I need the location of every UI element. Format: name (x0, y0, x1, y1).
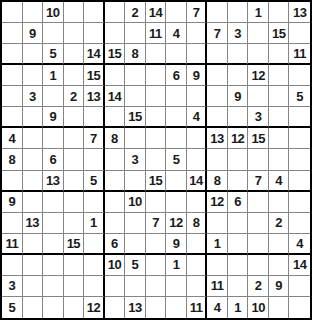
given-digit: 7 (152, 216, 159, 229)
cell-r8c3[interactable]: 6 (43, 149, 64, 170)
cell-r8c13[interactable] (248, 149, 269, 170)
cell-r12c4[interactable]: 15 (64, 234, 85, 255)
given-digit: 1 (49, 69, 56, 82)
given-digit: 8 (8, 153, 15, 166)
cell-r14c5[interactable] (84, 276, 105, 297)
given-digit: 9 (173, 237, 180, 250)
cell-r6c4[interactable] (64, 107, 85, 128)
cell-r10c15[interactable] (289, 192, 310, 213)
cell-r15c14[interactable] (269, 297, 290, 318)
given-digit: 6 (234, 195, 241, 208)
cell-r9c2[interactable] (23, 171, 44, 192)
cell-r14c15[interactable] (289, 276, 310, 297)
cell-r8c12[interactable] (228, 149, 249, 170)
cell-r1c13[interactable]: 1 (248, 2, 269, 23)
cell-r3c5[interactable]: 14 (84, 44, 105, 65)
cell-r10c14[interactable] (269, 192, 290, 213)
cell-r15c9[interactable] (166, 297, 187, 318)
cell-r10c7[interactable]: 10 (125, 192, 146, 213)
cell-r13c4[interactable] (64, 255, 85, 276)
cell-r10c12[interactable]: 6 (228, 192, 249, 213)
given-digit: 14 (293, 258, 306, 271)
given-digit: 2 (275, 216, 282, 229)
cell-r15c7[interactable]: 13 (125, 297, 146, 318)
cell-r13c12[interactable] (228, 255, 249, 276)
given-digit: 5 (90, 174, 97, 187)
cell-r12c3[interactable] (43, 234, 64, 255)
cell-r15c6[interactable] (105, 297, 126, 318)
cell-r3c12[interactable] (228, 44, 249, 65)
cell-r14c14[interactable]: 9 (269, 276, 290, 297)
cell-r13c1[interactable] (2, 255, 23, 276)
given-digit: 12 (87, 301, 100, 314)
cell-r2c8[interactable]: 11 (146, 23, 167, 44)
given-digit: 7 (90, 132, 97, 145)
cell-r13c9[interactable]: 1 (166, 255, 187, 276)
cell-r5c10[interactable] (187, 86, 208, 107)
cell-r9c5[interactable]: 5 (84, 171, 105, 192)
cell-r14c12[interactable] (228, 276, 249, 297)
cell-r3c9[interactable] (166, 44, 187, 65)
cell-r12c8[interactable] (146, 234, 167, 255)
cell-r7c6[interactable]: 8 (105, 128, 126, 149)
cell-r7c11[interactable]: 13 (207, 128, 228, 149)
cell-r11c7[interactable] (125, 213, 146, 234)
cell-r7c9[interactable] (166, 128, 187, 149)
cell-r1c10[interactable]: 7 (187, 2, 208, 23)
given-digit: 15 (87, 69, 100, 82)
given-digit: 10 (128, 195, 141, 208)
cell-r7c7[interactable] (125, 128, 146, 149)
cell-r5c9[interactable] (166, 86, 187, 107)
cell-r8c7[interactable]: 3 (125, 149, 146, 170)
given-digit: 6 (173, 69, 180, 82)
cell-r3c13[interactable] (248, 44, 269, 65)
cell-r9c1[interactable] (2, 171, 23, 192)
given-digit: 14 (108, 90, 121, 103)
given-digit: 15 (67, 237, 80, 250)
given-digit: 2 (255, 279, 262, 292)
cell-r7c13[interactable]: 15 (248, 128, 269, 149)
cell-r2c7[interactable] (125, 23, 146, 44)
cell-r6c12[interactable] (228, 107, 249, 128)
given-digit: 9 (49, 110, 56, 123)
cell-r2c11[interactable]: 7 (207, 23, 228, 44)
cell-r10c13[interactable] (248, 192, 269, 213)
cell-r5c14[interactable] (269, 86, 290, 107)
cell-r15c11[interactable]: 4 (207, 297, 228, 318)
given-digit: 4 (8, 132, 15, 145)
cell-r9c7[interactable] (125, 171, 146, 192)
cell-r3c1[interactable] (2, 44, 23, 65)
cell-r8c11[interactable] (207, 149, 228, 170)
cell-r12c2[interactable] (23, 234, 44, 255)
cell-r13c10[interactable] (187, 255, 208, 276)
cell-r14c6[interactable] (105, 276, 126, 297)
cell-r8c4[interactable] (64, 149, 85, 170)
cell-r4c1[interactable] (2, 65, 23, 86)
cell-r9c9[interactable] (166, 171, 187, 192)
cell-r9c13[interactable]: 7 (248, 171, 269, 192)
cell-r2c13[interactable] (248, 23, 269, 44)
given-digit: 12 (231, 132, 244, 145)
given-digit: 7 (214, 27, 221, 40)
cell-r7c4[interactable] (64, 128, 85, 149)
cell-r8c1[interactable]: 8 (2, 149, 23, 170)
cell-r3c2[interactable] (23, 44, 44, 65)
cell-r7c3[interactable] (43, 128, 64, 149)
given-digit: 2 (70, 90, 77, 103)
cell-r1c6[interactable] (105, 2, 126, 23)
cell-r9c4[interactable] (64, 171, 85, 192)
given-digit: 9 (275, 279, 282, 292)
given-digit: 1 (173, 258, 180, 271)
cell-r2c1[interactable] (2, 23, 23, 44)
cell-r1c12[interactable] (228, 2, 249, 23)
cell-r6c5[interactable] (84, 107, 105, 128)
cell-r4c5[interactable]: 15 (84, 65, 105, 86)
cell-r4c4[interactable] (64, 65, 85, 86)
cell-r6c6[interactable] (105, 107, 126, 128)
cell-r4c8[interactable] (146, 65, 167, 86)
cell-r14c4[interactable] (64, 276, 85, 297)
given-digit: 8 (132, 47, 139, 60)
given-digit: 15 (149, 174, 162, 187)
given-digit: 4 (214, 301, 221, 314)
cell-r10c3[interactable] (43, 192, 64, 213)
cell-r5c11[interactable] (207, 86, 228, 107)
cell-r5c2[interactable]: 3 (23, 86, 44, 107)
cell-r2c4[interactable] (64, 23, 85, 44)
cell-r3c4[interactable] (64, 44, 85, 65)
cell-r6c1[interactable] (2, 107, 23, 128)
cell-r15c15[interactable] (289, 297, 310, 318)
cell-r5c5[interactable]: 13 (84, 86, 105, 107)
given-digit: 12 (251, 69, 264, 82)
cell-r5c13[interactable] (248, 86, 269, 107)
cell-r5c7[interactable] (125, 86, 146, 107)
cell-r9c3[interactable]: 13 (43, 171, 64, 192)
given-digit: 11 (190, 301, 203, 314)
cell-r8c9[interactable]: 5 (166, 149, 187, 170)
cell-r13c11[interactable] (207, 255, 228, 276)
given-digit: 5 (132, 258, 139, 271)
cell-r5c1[interactable] (2, 86, 23, 107)
cell-r4c13[interactable]: 12 (248, 65, 269, 86)
cell-r11c10[interactable]: 8 (187, 213, 208, 234)
given-digit: 13 (210, 132, 223, 145)
cell-r2c3[interactable] (43, 23, 64, 44)
cell-r10c1[interactable]: 9 (2, 192, 23, 213)
cell-r7c15[interactable] (289, 128, 310, 149)
given-digit: 14 (149, 6, 162, 19)
cell-r15c2[interactable] (23, 297, 44, 318)
cell-r14c11[interactable]: 11 (207, 276, 228, 297)
cell-r2c14[interactable]: 15 (269, 23, 290, 44)
cell-r9c11[interactable]: 8 (207, 171, 228, 192)
given-digit: 11 (211, 279, 224, 292)
cell-r5c4[interactable]: 2 (64, 86, 85, 107)
cell-r6c7[interactable]: 15 (125, 107, 146, 128)
given-digit: 1 (214, 237, 221, 250)
given-digit: 12 (169, 216, 182, 229)
given-digit: 15 (128, 110, 141, 123)
given-digit: 4 (173, 27, 180, 40)
given-digit: 4 (275, 174, 282, 187)
given-digit: 13 (293, 6, 306, 19)
cell-r2c9[interactable]: 4 (166, 23, 187, 44)
given-digit: 9 (29, 27, 36, 40)
cell-r15c1[interactable]: 5 (2, 297, 23, 318)
cell-r14c2[interactable] (23, 276, 44, 297)
cell-r8c14[interactable] (269, 149, 290, 170)
cell-r14c1[interactable]: 3 (2, 276, 23, 297)
cell-r12c10[interactable] (187, 234, 208, 255)
cell-r12c11[interactable]: 1 (207, 234, 228, 255)
given-digit: 15 (108, 47, 121, 60)
cell-r4c6[interactable] (105, 65, 126, 86)
given-digit: 13 (26, 216, 39, 229)
cell-r4c14[interactable] (269, 65, 290, 86)
given-digit: 1 (255, 6, 262, 19)
given-digit: 3 (8, 279, 15, 292)
cell-r1c14[interactable] (269, 2, 290, 23)
cell-r12c7[interactable] (125, 234, 146, 255)
cell-r2c12[interactable]: 3 (228, 23, 249, 44)
cell-r4c2[interactable] (23, 65, 44, 86)
cell-r8c8[interactable] (146, 149, 167, 170)
cell-r4c7[interactable] (125, 65, 146, 86)
given-digit: 10 (251, 301, 264, 314)
cell-r11c12[interactable] (228, 213, 249, 234)
cell-r3c6[interactable]: 15 (105, 44, 126, 65)
given-digit: 2 (132, 6, 139, 19)
given-digit: 1 (90, 216, 97, 229)
given-digit: 8 (111, 132, 118, 145)
given-digit: 6 (49, 153, 56, 166)
cell-r9c14[interactable]: 4 (269, 171, 290, 192)
given-digit: 9 (8, 195, 15, 208)
cell-r15c13[interactable]: 10 (248, 297, 269, 318)
cell-r14c8[interactable] (146, 276, 167, 297)
cell-r6c13[interactable]: 3 (248, 107, 269, 128)
given-digit: 13 (46, 174, 59, 187)
cell-r14c13[interactable]: 2 (248, 276, 269, 297)
cell-r13c5[interactable] (84, 255, 105, 276)
cell-r8c6[interactable] (105, 149, 126, 170)
cell-r11c13[interactable] (248, 213, 269, 234)
cell-r7c14[interactable] (269, 128, 290, 149)
cell-r2c15[interactable] (289, 23, 310, 44)
cell-r8c5[interactable] (84, 149, 105, 170)
cell-r6c14[interactable] (269, 107, 290, 128)
cell-r3c14[interactable] (269, 44, 290, 65)
cell-r13c13[interactable] (248, 255, 269, 276)
cell-r9c6[interactable] (105, 171, 126, 192)
cell-r15c8[interactable] (146, 297, 167, 318)
given-digit: 3 (255, 110, 262, 123)
cell-r1c11[interactable] (207, 2, 228, 23)
given-digit: 5 (296, 90, 303, 103)
given-digit: 10 (46, 6, 59, 19)
cell-r6c2[interactable] (23, 107, 44, 128)
given-digit: 3 (234, 27, 241, 40)
cell-r14c3[interactable] (43, 276, 64, 297)
cell-r11c4[interactable] (64, 213, 85, 234)
cell-r15c10[interactable]: 11 (187, 297, 208, 318)
cell-r3c7[interactable]: 8 (125, 44, 146, 65)
cell-r11c6[interactable] (105, 213, 126, 234)
cell-r11c9[interactable]: 12 (166, 213, 187, 234)
cell-r13c2[interactable] (23, 255, 44, 276)
cell-r4c9[interactable]: 6 (166, 65, 187, 86)
cell-r7c10[interactable] (187, 128, 208, 149)
cell-r6c8[interactable] (146, 107, 167, 128)
cell-r10c2[interactable] (23, 192, 44, 213)
given-digit: 7 (255, 174, 262, 187)
cell-r7c2[interactable] (23, 128, 44, 149)
cell-r15c3[interactable] (43, 297, 64, 318)
cell-r12c1[interactable]: 11 (2, 234, 23, 255)
cell-r3c11[interactable] (207, 44, 228, 65)
cell-r12c12[interactable] (228, 234, 249, 255)
cell-r4c10[interactable]: 9 (187, 65, 208, 86)
cell-r14c7[interactable] (125, 276, 146, 297)
cell-r5c8[interactable] (146, 86, 167, 107)
cell-r3c10[interactable] (187, 44, 208, 65)
cell-r13c8[interactable] (146, 255, 167, 276)
cell-r14c10[interactable] (187, 276, 208, 297)
cell-r9c15[interactable] (289, 171, 310, 192)
cell-r6c11[interactable] (207, 107, 228, 128)
cell-r6c9[interactable] (166, 107, 187, 128)
cell-r8c10[interactable] (187, 149, 208, 170)
cell-r11c15[interactable] (289, 213, 310, 234)
cell-r12c15[interactable]: 4 (289, 234, 310, 255)
cell-r1c9[interactable] (166, 2, 187, 23)
cell-r4c12[interactable] (228, 65, 249, 86)
given-digit: 13 (87, 90, 100, 103)
cell-r8c15[interactable] (289, 149, 310, 170)
cell-r1c3[interactable]: 10 (43, 2, 64, 23)
cell-r6c3[interactable]: 9 (43, 107, 64, 128)
given-digit: 15 (251, 132, 264, 145)
cell-r11c11[interactable] (207, 213, 228, 234)
cell-r3c8[interactable] (146, 44, 167, 65)
cell-r15c5[interactable]: 12 (84, 297, 105, 318)
cell-r1c1[interactable] (2, 2, 23, 23)
given-digit: 13 (128, 301, 141, 314)
cell-r4c15[interactable] (289, 65, 310, 86)
cell-r11c14[interactable]: 2 (269, 213, 290, 234)
cell-r13c3[interactable] (43, 255, 64, 276)
cell-r12c6[interactable]: 6 (105, 234, 126, 255)
cell-r10c8[interactable] (146, 192, 167, 213)
given-digit: 8 (214, 174, 221, 187)
given-digit: 9 (193, 69, 200, 82)
cell-r4c3[interactable]: 1 (43, 65, 64, 86)
cell-r14c9[interactable] (166, 276, 187, 297)
given-digit: 14 (87, 47, 100, 60)
cell-r15c12[interactable]: 1 (228, 297, 249, 318)
given-digit: 3 (132, 153, 139, 166)
cell-r6c15[interactable] (289, 107, 310, 128)
sudoku-board: 1021471139114731551415811115691232131495… (0, 0, 312, 320)
cell-r1c2[interactable] (23, 2, 44, 23)
given-digit: 11 (293, 47, 306, 60)
cell-r10c4[interactable] (64, 192, 85, 213)
cell-r5c3[interactable] (43, 86, 64, 107)
cell-r2c6[interactable] (105, 23, 126, 44)
given-digit: 14 (189, 174, 202, 187)
cell-r5c6[interactable]: 14 (105, 86, 126, 107)
cell-r5c12[interactable]: 9 (228, 86, 249, 107)
given-digit: 4 (193, 110, 200, 123)
given-digit: 10 (108, 258, 121, 271)
cell-r12c9[interactable]: 9 (166, 234, 187, 255)
cell-r10c9[interactable] (166, 192, 187, 213)
cell-r2c5[interactable] (84, 23, 105, 44)
given-digit: 15 (272, 27, 285, 40)
cell-r7c5[interactable]: 7 (84, 128, 105, 149)
cell-r10c6[interactable] (105, 192, 126, 213)
cell-r1c5[interactable] (84, 2, 105, 23)
cell-r2c2[interactable]: 9 (23, 23, 44, 44)
cell-r12c13[interactable] (248, 234, 269, 255)
cell-r9c8[interactable]: 15 (146, 171, 167, 192)
cell-r13c7[interactable]: 5 (125, 255, 146, 276)
cell-r13c6[interactable]: 10 (105, 255, 126, 276)
cell-r7c1[interactable]: 4 (2, 128, 23, 149)
cell-r13c15[interactable]: 14 (289, 255, 310, 276)
given-digit: 11 (5, 237, 18, 250)
cell-r2c10[interactable] (187, 23, 208, 44)
cell-r12c14[interactable] (269, 234, 290, 255)
cell-r11c3[interactable] (43, 213, 64, 234)
cell-r3c3[interactable]: 5 (43, 44, 64, 65)
cell-r7c12[interactable]: 12 (228, 128, 249, 149)
cell-r5c15[interactable]: 5 (289, 86, 310, 107)
cell-r11c2[interactable]: 13 (23, 213, 44, 234)
cell-r1c4[interactable] (64, 2, 85, 23)
cell-r7c8[interactable] (146, 128, 167, 149)
cell-r13c14[interactable] (269, 255, 290, 276)
cell-r1c7[interactable]: 2 (125, 2, 146, 23)
cell-r3c15[interactable]: 11 (289, 44, 310, 65)
given-digit: 5 (49, 47, 56, 60)
cell-r12c5[interactable] (84, 234, 105, 255)
given-digit: 9 (234, 90, 241, 103)
cell-r11c5[interactable]: 1 (84, 213, 105, 234)
cell-r6c10[interactable]: 4 (187, 107, 208, 128)
cell-r1c8[interactable]: 14 (146, 2, 167, 23)
cell-r11c1[interactable] (2, 213, 23, 234)
cell-r10c11[interactable]: 12 (207, 192, 228, 213)
cell-r10c5[interactable] (84, 192, 105, 213)
cell-r10c10[interactable] (187, 192, 208, 213)
cell-r9c12[interactable] (228, 171, 249, 192)
cell-r9c10[interactable]: 14 (187, 171, 208, 192)
given-digit: 6 (111, 237, 118, 250)
given-digit: 5 (8, 301, 15, 314)
cell-r11c8[interactable]: 7 (146, 213, 167, 234)
given-digit: 11 (149, 27, 162, 40)
cell-r8c2[interactable] (23, 149, 44, 170)
given-digit: 7 (193, 6, 200, 19)
cell-r1c15[interactable]: 13 (289, 2, 310, 23)
cell-r15c4[interactable] (64, 297, 85, 318)
cell-r4c11[interactable] (207, 65, 228, 86)
